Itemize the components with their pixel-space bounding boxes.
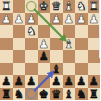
black-pawn[interactable]: ♟ bbox=[26, 75, 36, 88]
square-a8[interactable]: ♜ bbox=[88, 88, 101, 101]
square-f7[interactable]: ♟ bbox=[25, 75, 38, 88]
square-f5[interactable] bbox=[25, 50, 38, 63]
black-rook[interactable]: ♜ bbox=[89, 87, 99, 100]
white-pawn[interactable]: ♟ bbox=[89, 12, 99, 25]
white-pawn[interactable]: ♟ bbox=[76, 12, 86, 25]
square-h4[interactable] bbox=[0, 38, 13, 51]
white-pawn[interactable]: ♟ bbox=[51, 12, 61, 25]
black-pawn[interactable]: ♟ bbox=[39, 50, 49, 63]
square-c2[interactable]: ♟ bbox=[63, 13, 76, 26]
square-b4[interactable] bbox=[75, 38, 88, 51]
square-d3[interactable] bbox=[50, 25, 63, 38]
black-king[interactable]: ♚ bbox=[39, 87, 49, 100]
white-bishop[interactable]: ♝ bbox=[64, 37, 74, 50]
white-pawn[interactable]: ♟ bbox=[14, 12, 24, 25]
black-rook[interactable]: ♜ bbox=[1, 87, 11, 100]
square-h3[interactable] bbox=[0, 25, 13, 38]
square-e6[interactable] bbox=[38, 63, 51, 76]
black-knight[interactable]: ♞ bbox=[14, 87, 24, 100]
square-e2[interactable] bbox=[38, 13, 51, 26]
square-a4[interactable] bbox=[88, 38, 101, 51]
square-a3[interactable] bbox=[88, 25, 101, 38]
square-h2[interactable]: ♟ bbox=[0, 13, 13, 26]
square-g4[interactable] bbox=[13, 38, 26, 51]
black-bishop[interactable]: ♝ bbox=[64, 87, 74, 100]
white-pawn[interactable]: ♟ bbox=[1, 12, 11, 25]
square-g2[interactable]: ♟ bbox=[13, 13, 26, 26]
chess-board-screenshot: ♜♚♛♝♞♜♟♟♟♟♟♟♟♞♟♝♟♝♟♟♟♟♟♟♟♜♞♚♛♝♞♜ bbox=[0, 0, 100, 100]
square-f8[interactable] bbox=[25, 88, 38, 101]
square-h8[interactable]: ♜ bbox=[0, 88, 13, 101]
square-d2[interactable]: ♟ bbox=[50, 13, 63, 26]
square-e1[interactable]: ♚ bbox=[38, 0, 51, 13]
square-b5[interactable] bbox=[75, 50, 88, 63]
white-knight[interactable]: ♞ bbox=[26, 25, 36, 38]
square-d8[interactable]: ♛ bbox=[50, 88, 63, 101]
square-e5[interactable]: ♟ bbox=[38, 50, 51, 63]
square-g3[interactable] bbox=[13, 25, 26, 38]
square-b2[interactable]: ♟ bbox=[75, 13, 88, 26]
square-d4[interactable] bbox=[50, 38, 63, 51]
white-king[interactable]: ♚ bbox=[39, 0, 49, 12]
black-queen[interactable]: ♛ bbox=[51, 87, 61, 100]
square-h5[interactable] bbox=[0, 50, 13, 63]
white-pawn[interactable]: ♟ bbox=[64, 12, 74, 25]
black-knight[interactable]: ♞ bbox=[76, 87, 86, 100]
chess-board[interactable]: ♜♚♛♝♞♜♟♟♟♟♟♟♟♞♟♝♟♝♟♟♟♟♟♟♟♜♞♚♛♝♞♜ bbox=[0, 0, 100, 100]
square-f3[interactable]: ♞ bbox=[25, 25, 38, 38]
square-g8[interactable]: ♞ bbox=[13, 88, 26, 101]
square-f4[interactable] bbox=[25, 38, 38, 51]
square-g5[interactable] bbox=[13, 50, 26, 63]
square-c4[interactable]: ♝ bbox=[63, 38, 76, 51]
square-a2[interactable]: ♟ bbox=[88, 13, 101, 26]
square-c8[interactable]: ♝ bbox=[63, 88, 76, 101]
square-b3[interactable] bbox=[75, 25, 88, 38]
square-a5[interactable] bbox=[88, 50, 101, 63]
square-e8[interactable]: ♚ bbox=[38, 88, 51, 101]
square-c5[interactable] bbox=[63, 50, 76, 63]
square-b8[interactable]: ♞ bbox=[75, 88, 88, 101]
